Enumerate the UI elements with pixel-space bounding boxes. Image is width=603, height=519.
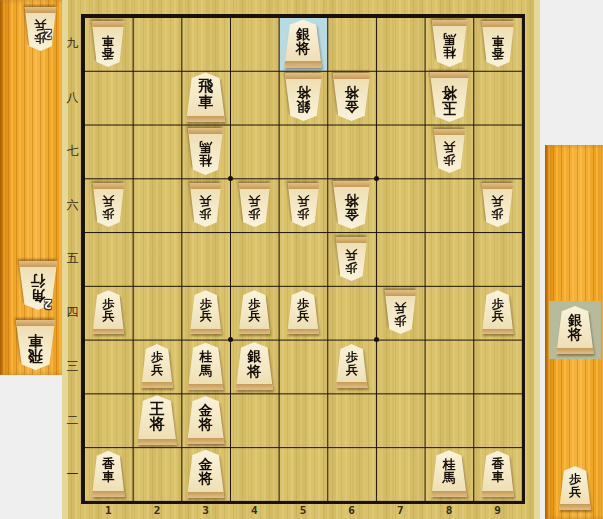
piece-kanji: 歩兵 [433, 135, 466, 172]
piece-bevel [186, 492, 225, 498]
piece-face: 歩兵 [238, 290, 271, 334]
piece-kanji: 歩兵 [92, 292, 125, 329]
shogi-piece-king-gote[interactable]: 王将 [137, 395, 178, 445]
file-label-4: 4 [230, 503, 279, 518]
piece-face: 桂馬 [431, 450, 468, 497]
shogi-piece-gold-gote[interactable]: 金将 [186, 396, 225, 444]
piece-face: 歩兵 [335, 237, 368, 281]
piece-bevel [332, 181, 371, 187]
piece-face: 歩兵 [92, 290, 125, 334]
piece-bevel [91, 491, 125, 497]
rank-label-八: 八 [64, 71, 81, 125]
piece-kanji: 歩兵 [481, 189, 514, 226]
piece-kanji: 金将 [186, 397, 225, 437]
shogi-piece-pawn-gote[interactable]: 歩兵 [189, 290, 222, 334]
shogi-piece-pawn-gote[interactable]: 歩兵 [335, 344, 368, 388]
piece-bevel [92, 183, 125, 189]
shogi-piece-king-sente[interactable]: 玉将 [429, 72, 470, 122]
piece-face: 金将 [186, 450, 225, 498]
shogi-piece-knight-sente[interactable]: 桂馬 [187, 128, 224, 175]
piece-bevel [559, 504, 592, 510]
piece-bevel [332, 73, 371, 79]
shogi-piece-lance-gote[interactable]: 香車 [481, 451, 515, 497]
piece-bevel [92, 329, 125, 335]
piece-face: 歩兵 [141, 344, 174, 388]
piece-kanji: 玉将 [429, 79, 470, 121]
piece-kanji: 歩兵 [335, 243, 368, 280]
shogi-board: 香車銀将桂馬香車飛車銀将金将玉将桂馬歩兵歩兵歩兵歩兵歩兵金将歩兵歩兵歩兵歩兵歩兵… [81, 14, 525, 504]
piece-kanji: 銀将 [235, 344, 274, 384]
piece-bevel [431, 20, 468, 26]
piece-face: 銀将 [235, 342, 274, 390]
piece-face: 歩兵 [335, 344, 368, 388]
piece-kanji: 金将 [332, 188, 371, 228]
sente-hand-tray [0, 0, 63, 375]
piece-bevel [187, 128, 224, 134]
piece-kanji: 歩兵 [335, 345, 368, 382]
piece-kanji: 飛車 [15, 327, 56, 369]
piece-face: 歩兵 [238, 183, 271, 227]
piece-bevel [433, 129, 466, 135]
piece-bevel [556, 348, 595, 354]
piece-kanji: 香車 [91, 27, 125, 65]
rank-label-六: 六 [64, 178, 81, 232]
file-label-3: 3 [181, 503, 230, 518]
piece-face: 銀将 [284, 73, 323, 121]
shogi-piece-pawn-sente[interactable]: 歩兵 [189, 183, 222, 227]
piece-face: 桂馬 [431, 20, 468, 67]
shogi-piece-silver-gote[interactable]: 銀将 [284, 20, 323, 68]
piece-bevel [481, 329, 514, 335]
shogi-piece-rook-sente[interactable]: 飛車 [15, 320, 56, 370]
piece-face: 桂馬 [187, 128, 224, 175]
piece-kanji: 銀将 [284, 80, 323, 120]
piece-bevel [287, 329, 320, 335]
piece-kanji: 歩兵 [189, 292, 222, 329]
piece-kanji: 香車 [481, 27, 515, 65]
piece-kanji: 桂馬 [431, 452, 468, 491]
shogi-piece-pawn-gote[interactable]: 歩兵 [481, 290, 514, 334]
shogi-piece-pawn-gote[interactable]: 歩兵 [559, 466, 592, 510]
piece-bevel [187, 384, 224, 390]
piece-face: 銀将 [556, 306, 595, 354]
shogi-piece-pawn-gote[interactable]: 歩兵 [238, 290, 271, 334]
shogi-piece-lance-gote[interactable]: 香車 [91, 451, 125, 497]
piece-bevel [287, 183, 320, 189]
piece-face: 銀将 [284, 20, 323, 68]
piece-kanji: 歩兵 [238, 189, 271, 226]
shogi-piece-rook-gote[interactable]: 飛車 [185, 72, 226, 122]
piece-face: 歩兵 [384, 290, 417, 334]
piece-face: 歩兵 [481, 290, 514, 334]
piece-bevel [137, 439, 178, 446]
file-label-2: 2 [133, 503, 182, 518]
piece-face: 金将 [332, 181, 371, 229]
piece-kanji: 桂馬 [187, 134, 224, 173]
piece-face: 香車 [481, 451, 515, 497]
piece-kanji: 歩兵 [287, 292, 320, 329]
piece-bevel [335, 237, 368, 243]
piece-bevel [481, 21, 515, 27]
file-label-9: 9 [473, 503, 522, 518]
piece-kanji: 歩兵 [92, 189, 125, 226]
piece-bevel [189, 183, 222, 189]
shogi-piece-pawn-gote[interactable]: 歩兵 [92, 290, 125, 334]
piece-face: 香車 [91, 451, 125, 497]
piece-kanji: 飛車 [185, 74, 226, 116]
piece-kanji: 香車 [91, 452, 125, 490]
hand-count-badge: 2 [44, 27, 52, 42]
shogi-piece-pawn-sente[interactable]: 歩兵 [238, 183, 271, 227]
shogi-piece-pawn-sente[interactable]: 歩兵 [384, 290, 417, 334]
piece-bevel [431, 491, 468, 497]
piece-face: 歩兵 [92, 183, 125, 227]
piece-bevel [24, 7, 57, 13]
piece-bevel [185, 116, 226, 123]
piece-face: 桂馬 [187, 343, 224, 390]
piece-kanji: 金将 [186, 451, 225, 491]
piece-bevel [481, 491, 515, 497]
piece-kanji: 歩兵 [559, 467, 592, 504]
rank-label-三: 三 [64, 340, 81, 394]
file-label-6: 6 [327, 503, 376, 518]
rank-label-五: 五 [64, 232, 81, 286]
piece-bevel [429, 72, 470, 79]
piece-bevel [91, 21, 125, 27]
piece-kanji: 歩兵 [384, 296, 417, 333]
piece-kanji: 歩兵 [238, 292, 271, 329]
shogi-app: { "game": "shogi", "position": { "sfen":… [0, 0, 603, 519]
piece-face: 歩兵 [189, 183, 222, 227]
rank-label-二: 二 [64, 393, 81, 447]
shogi-piece-pawn-sente[interactable]: 歩兵 [481, 183, 514, 227]
file-label-5: 5 [279, 503, 328, 518]
piece-face: 飛車 [15, 320, 56, 370]
piece-kanji: 歩兵 [189, 189, 222, 226]
piece-face: 歩兵 [287, 290, 320, 334]
shogi-piece-pawn-sente[interactable]: 歩兵 [92, 183, 125, 227]
shogi-piece-gold-sente[interactable]: 金将 [332, 73, 371, 121]
piece-face: 歩兵 [189, 290, 222, 334]
shogi-piece-knight-sente[interactable]: 桂馬 [431, 20, 468, 67]
piece-face: 角行 [18, 261, 58, 310]
piece-kanji: 歩兵 [481, 292, 514, 329]
shogi-piece-silver-sente[interactable]: 銀将 [284, 73, 323, 121]
piece-kanji: 角行 [18, 268, 58, 309]
piece-bevel [189, 329, 222, 335]
board-panel: 九八七六五四三二一 香車銀将桂馬香車飛車銀将金将玉将桂馬歩兵歩兵歩兵歩兵歩兵金将… [62, 0, 540, 519]
piece-face: 金将 [186, 396, 225, 444]
hand-count-badge: 2 [44, 297, 52, 312]
piece-kanji: 桂馬 [187, 344, 224, 383]
piece-kanji: 金将 [332, 80, 371, 120]
shogi-piece-bishop-sente[interactable]: 角行 [18, 261, 58, 310]
piece-bevel [235, 384, 274, 390]
shogi-piece-pawn-sente[interactable]: 歩兵 [335, 237, 368, 281]
file-label-7: 7 [376, 503, 425, 518]
shogi-piece-pawn-gote[interactable]: 歩兵 [141, 344, 174, 388]
shogi-piece-pawn-gote[interactable]: 歩兵 [287, 290, 320, 334]
rank-label-九: 九 [64, 17, 81, 71]
file-label-1: 1 [84, 503, 133, 518]
piece-kanji: 王将 [137, 397, 178, 439]
piece-kanji: 歩兵 [287, 189, 320, 226]
shogi-piece-silver-gote[interactable]: 銀将 [556, 306, 595, 354]
shogi-piece-gold-sente[interactable]: 金将 [332, 181, 371, 229]
shogi-piece-silver-gote[interactable]: 銀将 [235, 342, 274, 390]
piece-bevel [141, 382, 174, 388]
shogi-piece-knight-gote[interactable]: 桂馬 [431, 450, 468, 497]
piece-bevel [335, 382, 368, 388]
piece-face: 歩兵 [481, 183, 514, 227]
piece-face: 飛車 [185, 72, 226, 122]
piece-bevel [18, 261, 58, 267]
piece-bevel [284, 73, 323, 79]
piece-bevel [238, 329, 271, 335]
piece-bevel [238, 183, 271, 189]
shogi-piece-lance-sente[interactable]: 香車 [481, 21, 515, 67]
shogi-piece-pawn-sente[interactable]: 歩兵 [433, 129, 466, 173]
rank-label-四: 四 [64, 286, 81, 340]
piece-kanji: 銀将 [284, 21, 323, 61]
piece-kanji: 歩兵 [141, 345, 174, 382]
piece-bevel [384, 290, 417, 296]
piece-face: 王将 [137, 395, 178, 445]
piece-face: 金将 [332, 73, 371, 121]
piece-kanji: 桂馬 [431, 27, 468, 66]
piece-bevel [186, 438, 225, 444]
piece-face: 歩兵 [433, 129, 466, 173]
piece-face: 玉将 [429, 72, 470, 122]
piece-kanji: 香車 [481, 452, 515, 490]
pieces-layer: 香車銀将桂馬香車飛車銀将金将玉将桂馬歩兵歩兵歩兵歩兵歩兵金将歩兵歩兵歩兵歩兵歩兵… [84, 17, 522, 501]
piece-face: 香車 [481, 21, 515, 67]
file-label-8: 8 [425, 503, 474, 518]
shogi-piece-pawn-sente[interactable]: 歩兵 [287, 183, 320, 227]
piece-face: 香車 [91, 21, 125, 67]
shogi-piece-knight-gote[interactable]: 桂馬 [187, 343, 224, 390]
rank-label-一: 一 [64, 447, 81, 501]
piece-bevel [284, 61, 323, 67]
rank-label-七: 七 [64, 125, 81, 179]
shogi-piece-gold-gote[interactable]: 金将 [186, 450, 225, 498]
piece-kanji: 銀将 [556, 307, 595, 347]
piece-bevel [15, 320, 56, 327]
piece-face: 歩兵 [559, 466, 592, 510]
piece-face: 歩兵 [287, 183, 320, 227]
piece-bevel [481, 183, 514, 189]
board-right-edge [534, 0, 540, 519]
shogi-piece-lance-sente[interactable]: 香車 [91, 21, 125, 67]
